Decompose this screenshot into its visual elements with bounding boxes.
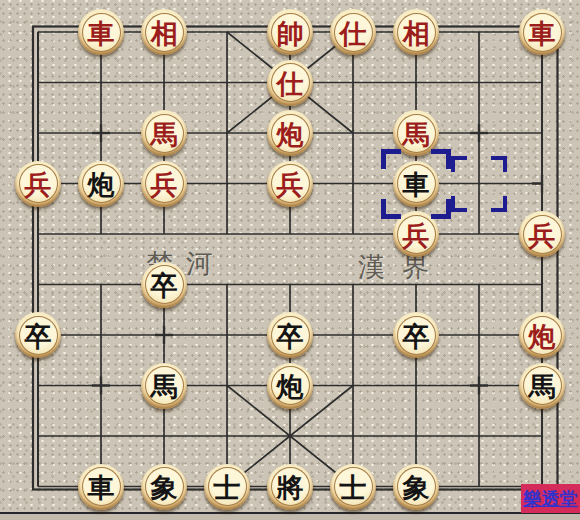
piece-red-advisor[interactable]: 仕 bbox=[330, 9, 376, 55]
piece-glyph: 士 bbox=[340, 474, 367, 501]
piece-glyph: 炮 bbox=[88, 171, 115, 198]
piece-black-general[interactable]: 將 bbox=[267, 464, 313, 510]
piece-black-chariot[interactable]: 車 bbox=[78, 464, 124, 510]
piece-face: 兵 bbox=[19, 164, 58, 203]
piece-face: 帥 bbox=[271, 13, 310, 52]
piece-face: 象 bbox=[145, 467, 184, 506]
piece-face: 車 bbox=[523, 13, 562, 52]
piece-face: 仕 bbox=[271, 63, 310, 102]
piece-glyph: 車 bbox=[88, 474, 115, 501]
piece-glyph: 兵 bbox=[529, 222, 556, 249]
piece-face: 相 bbox=[397, 13, 436, 52]
piece-black-chariot[interactable]: 車 bbox=[393, 161, 439, 207]
piece-face: 將 bbox=[271, 467, 310, 506]
piece-glyph: 馬 bbox=[403, 121, 430, 148]
piece-red-general[interactable]: 帥 bbox=[267, 9, 313, 55]
piece-face: 炮 bbox=[523, 316, 562, 355]
piece-glyph: 仕 bbox=[277, 70, 304, 97]
piece-glyph: 兵 bbox=[403, 222, 430, 249]
piece-face: 馬 bbox=[523, 366, 562, 405]
piece-glyph: 將 bbox=[277, 474, 304, 501]
piece-glyph: 車 bbox=[88, 20, 115, 47]
piece-face: 仕 bbox=[334, 13, 373, 52]
piece-glyph: 炮 bbox=[277, 373, 304, 400]
piece-glyph: 士 bbox=[214, 474, 241, 501]
piece-red-advisor[interactable]: 仕 bbox=[267, 60, 313, 106]
piece-face: 炮 bbox=[271, 366, 310, 405]
piece-black-horse[interactable]: 馬 bbox=[519, 363, 565, 409]
piece-glyph: 相 bbox=[151, 20, 178, 47]
piece-face: 卒 bbox=[271, 316, 310, 355]
piece-glyph: 象 bbox=[151, 474, 178, 501]
piece-black-cannon[interactable]: 炮 bbox=[267, 363, 313, 409]
piece-black-horse[interactable]: 馬 bbox=[141, 363, 187, 409]
piece-red-chariot[interactable]: 車 bbox=[519, 9, 565, 55]
piece-black-soldier[interactable]: 卒 bbox=[141, 262, 187, 308]
piece-glyph: 卒 bbox=[403, 323, 430, 350]
piece-face: 車 bbox=[397, 164, 436, 203]
piece-black-soldier[interactable]: 卒 bbox=[15, 312, 61, 358]
piece-glyph: 卒 bbox=[25, 323, 52, 350]
piece-red-soldier[interactable]: 兵 bbox=[267, 161, 313, 207]
piece-glyph: 卒 bbox=[277, 323, 304, 350]
piece-glyph: 馬 bbox=[151, 373, 178, 400]
piece-glyph: 仕 bbox=[340, 20, 367, 47]
piece-glyph: 炮 bbox=[277, 121, 304, 148]
piece-face: 士 bbox=[208, 467, 247, 506]
piece-glyph: 車 bbox=[529, 20, 556, 47]
piece-face: 象 bbox=[397, 467, 436, 506]
piece-red-cannon[interactable]: 炮 bbox=[267, 110, 313, 156]
piece-red-soldier[interactable]: 兵 bbox=[141, 161, 187, 207]
piece-glyph: 兵 bbox=[25, 171, 52, 198]
piece-face: 炮 bbox=[271, 114, 310, 153]
piece-black-cannon[interactable]: 炮 bbox=[78, 161, 124, 207]
piece-glyph: 車 bbox=[403, 171, 430, 198]
piece-face: 炮 bbox=[82, 164, 121, 203]
piece-black-elephant[interactable]: 象 bbox=[393, 464, 439, 510]
piece-face: 馬 bbox=[397, 114, 436, 153]
piece-face: 卒 bbox=[397, 316, 436, 355]
watermark-text: 樂透堂 bbox=[524, 490, 578, 508]
piece-face: 馬 bbox=[145, 114, 184, 153]
piece-glyph: 帥 bbox=[277, 20, 304, 47]
piece-glyph: 馬 bbox=[529, 373, 556, 400]
piece-glyph: 卒 bbox=[151, 272, 178, 299]
piece-red-elephant[interactable]: 相 bbox=[393, 9, 439, 55]
piece-face: 相 bbox=[145, 13, 184, 52]
piece-face: 兵 bbox=[271, 164, 310, 203]
piece-glyph: 馬 bbox=[151, 121, 178, 148]
piece-black-soldier[interactable]: 卒 bbox=[267, 312, 313, 358]
piece-red-elephant[interactable]: 相 bbox=[141, 9, 187, 55]
watermark-badge: 樂透堂 bbox=[521, 484, 580, 513]
piece-red-horse[interactable]: 馬 bbox=[141, 110, 187, 156]
piece-face: 馬 bbox=[145, 366, 184, 405]
piece-face: 車 bbox=[82, 13, 121, 52]
piece-red-soldier[interactable]: 兵 bbox=[519, 211, 565, 257]
piece-black-advisor[interactable]: 士 bbox=[204, 464, 250, 510]
piece-red-cannon[interactable]: 炮 bbox=[519, 312, 565, 358]
river-label-right: 漢界 bbox=[358, 249, 446, 285]
piece-red-chariot[interactable]: 車 bbox=[78, 9, 124, 55]
piece-glyph: 象 bbox=[403, 474, 430, 501]
piece-face: 兵 bbox=[145, 164, 184, 203]
piece-black-soldier[interactable]: 卒 bbox=[393, 312, 439, 358]
piece-face: 士 bbox=[334, 467, 373, 506]
piece-red-soldier[interactable]: 兵 bbox=[393, 211, 439, 257]
piece-face: 兵 bbox=[397, 215, 436, 254]
piece-black-elephant[interactable]: 象 bbox=[141, 464, 187, 510]
piece-glyph: 相 bbox=[403, 20, 430, 47]
piece-glyph: 兵 bbox=[151, 171, 178, 198]
piece-face: 卒 bbox=[19, 316, 58, 355]
bottom-edge-band bbox=[0, 514, 580, 520]
piece-face: 車 bbox=[82, 467, 121, 506]
piece-black-advisor[interactable]: 士 bbox=[330, 464, 376, 510]
piece-glyph: 炮 bbox=[529, 323, 556, 350]
piece-red-soldier[interactable]: 兵 bbox=[15, 161, 61, 207]
piece-face: 卒 bbox=[145, 265, 184, 304]
piece-glyph: 兵 bbox=[277, 171, 304, 198]
piece-red-horse[interactable]: 馬 bbox=[393, 110, 439, 156]
xiangqi-board: 楚河 漢界 車相帥仕相車仕馬炮馬兵炮兵兵車兵兵卒卒卒卒炮馬炮馬車象士將士象 樂透… bbox=[0, 0, 580, 520]
piece-face: 兵 bbox=[523, 215, 562, 254]
